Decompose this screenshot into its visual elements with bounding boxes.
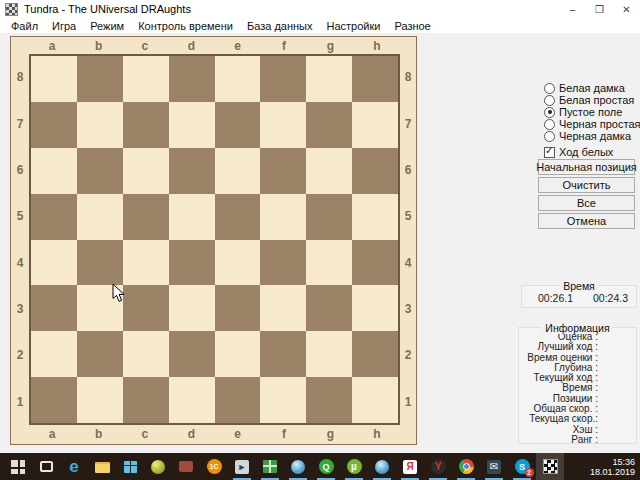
chrome-icon[interactable]: [452, 453, 480, 480]
file-label-a: a: [29, 38, 75, 53]
close-button[interactable]: ✕: [613, 0, 640, 18]
file-label-g: g: [307, 426, 353, 441]
square-f6[interactable]: [260, 148, 306, 194]
yandex-browser-glyph: Y: [431, 459, 446, 474]
square-a3[interactable]: [31, 285, 77, 331]
square-g4[interactable]: [306, 240, 352, 286]
square-g8[interactable]: [306, 56, 352, 102]
yandex-browser-icon[interactable]: Y: [424, 453, 452, 480]
square-e6[interactable]: [215, 148, 261, 194]
rank-label-3: 3: [13, 286, 27, 332]
square-c8[interactable]: [123, 56, 169, 102]
square-d6[interactable]: [169, 148, 215, 194]
tundra-glyph: [543, 459, 558, 474]
square-d4[interactable]: [169, 240, 215, 286]
file-label-g: g: [307, 38, 353, 53]
radio-label: Белая простая: [559, 94, 634, 106]
file-explorer-icon[interactable]: [88, 453, 116, 480]
white-to-move-checkbox[interactable]: Ход белых: [544, 146, 613, 158]
square-e3[interactable]: [215, 285, 261, 331]
menu-item-4[interactable]: Контроль времени: [131, 20, 240, 32]
menu-item-7[interactable]: Разное: [387, 20, 437, 32]
button-3[interactable]: Все: [538, 195, 635, 211]
square-f8[interactable]: [260, 56, 306, 102]
square-b4[interactable]: [77, 240, 123, 286]
rank-label-7: 7: [401, 100, 415, 146]
square-g6[interactable]: [306, 148, 352, 194]
square-h5[interactable]: [352, 194, 398, 240]
radio-label: Белая дамка: [559, 82, 625, 94]
restore-button[interactable]: ❐: [586, 0, 613, 18]
black-clock: 00:24.3: [593, 292, 628, 304]
square-b2[interactable]: [77, 331, 123, 377]
square-f3[interactable]: [260, 285, 306, 331]
skype-icon[interactable]: S2: [508, 453, 536, 480]
tundra-window: Tundra - The UNiversal DRAughts – ❐ ✕ Фа…: [0, 0, 640, 480]
radio-label: Пустое поле: [559, 106, 622, 118]
file-label-f: f: [261, 38, 307, 53]
start-button[interactable]: [4, 453, 32, 480]
1c-app-glyph: 1С: [207, 459, 222, 474]
yandex-icon[interactable]: Я: [396, 453, 424, 480]
square-e4[interactable]: [215, 240, 261, 286]
file-label-b: b: [75, 38, 121, 53]
editor-buttons: Начальная позицияОчиститьВсеОтмена: [538, 159, 635, 231]
radio-4[interactable]: Черная простая: [544, 118, 640, 130]
button-1[interactable]: Начальная позиция: [538, 159, 635, 175]
square-e1[interactable]: [215, 377, 261, 423]
square-h4[interactable]: [352, 240, 398, 286]
time-panel-title: Время: [522, 280, 636, 292]
square-b8[interactable]: [77, 56, 123, 102]
globe-app-2-icon[interactable]: [368, 453, 396, 480]
media-player-glyph: ►: [235, 460, 249, 474]
minimize-button[interactable]: –: [559, 0, 586, 18]
square-d1[interactable]: [169, 377, 215, 423]
qip-app-glyph: Q: [319, 459, 334, 474]
sphere-app-glyph: [151, 460, 165, 474]
square-f7[interactable]: [260, 102, 306, 148]
square-g5[interactable]: [306, 194, 352, 240]
file-label-b: b: [75, 426, 121, 441]
file-label-f: f: [261, 426, 307, 441]
taskbar: e1С►QµЯY✉S2 15:36 18.01.2019: [0, 453, 640, 480]
rank-label-8: 8: [401, 54, 415, 100]
square-f5[interactable]: [260, 194, 306, 240]
radio-5[interactable]: Черная дамка: [544, 130, 640, 142]
tundra-taskbar-icon[interactable]: [536, 453, 564, 480]
radio-icon: [544, 83, 555, 94]
skype-glyph: S2: [515, 459, 530, 474]
radio-3[interactable]: Пустое поле: [544, 106, 640, 118]
square-b1[interactable]: [77, 377, 123, 423]
button-2[interactable]: Очистить: [538, 177, 635, 193]
file-labels-top: abcdefgh: [29, 38, 400, 53]
menubar: ФайлИграРежимКонтроль времениБаза данных…: [0, 18, 640, 33]
time-panel: Время 00:26.1 00:24.3: [521, 285, 637, 308]
sphere-app-icon[interactable]: [144, 453, 172, 480]
task-view-icon[interactable]: [32, 453, 60, 480]
square-a5[interactable]: [31, 194, 77, 240]
square-d7[interactable]: [169, 102, 215, 148]
rank-label-6: 6: [401, 147, 415, 193]
square-c2[interactable]: [123, 331, 169, 377]
file-labels-bottom: abcdefgh: [29, 426, 400, 441]
square-g1[interactable]: [306, 377, 352, 423]
rank-labels-right: 87654321: [401, 54, 415, 425]
window-title: Tundra - The UNiversal DRAughts: [24, 3, 191, 15]
rank-label-2: 2: [13, 332, 27, 378]
menu-item-5[interactable]: База данных: [240, 20, 320, 32]
utorrent-glyph: µ: [347, 459, 362, 474]
square-h1[interactable]: [352, 377, 398, 423]
chrome-glyph: [459, 459, 474, 474]
gift-app-glyph: [263, 460, 277, 473]
file-label-c: c: [122, 38, 168, 53]
square-c3[interactable]: [123, 285, 169, 331]
square-a8[interactable]: [31, 56, 77, 102]
radio-label: Черная дамка: [559, 130, 631, 142]
square-g3[interactable]: [306, 285, 352, 331]
globe-app-icon[interactable]: [284, 453, 312, 480]
rank-label-8: 8: [13, 54, 27, 100]
square-e8[interactable]: [215, 56, 261, 102]
square-h8[interactable]: [352, 56, 398, 102]
file-label-a: a: [29, 426, 75, 441]
square-b6[interactable]: [77, 148, 123, 194]
file-label-e: e: [215, 426, 261, 441]
rank-label-5: 5: [401, 193, 415, 239]
square-a1[interactable]: [31, 377, 77, 423]
menu-item-6[interactable]: Настройки: [319, 20, 387, 32]
rank-label-3: 3: [401, 286, 415, 332]
file-label-d: d: [168, 38, 214, 53]
info-panel: Информация Оценка :Лучший ход :Время оце…: [518, 327, 637, 444]
menu-item-3[interactable]: Режим: [83, 20, 131, 32]
file-label-h: h: [354, 426, 400, 441]
yandex-glyph: Я: [403, 460, 417, 474]
square-g7[interactable]: [306, 102, 352, 148]
taskbar-clock[interactable]: 15:36 18.01.2019: [590, 457, 635, 477]
square-e2[interactable]: [215, 331, 261, 377]
square-a2[interactable]: [31, 331, 77, 377]
edge-icon[interactable]: e: [60, 453, 88, 480]
store-icon[interactable]: [116, 453, 144, 480]
square-a4[interactable]: [31, 240, 77, 286]
mail-icon[interactable]: ✉: [480, 453, 508, 480]
mail-glyph: ✉: [487, 460, 501, 474]
clock-time: 15:36: [590, 457, 635, 467]
file-label-c: c: [122, 426, 168, 441]
rank-label-5: 5: [13, 193, 27, 239]
square-c5[interactable]: [123, 194, 169, 240]
square-d5[interactable]: [169, 194, 215, 240]
qip-app-icon[interactable]: Q: [312, 453, 340, 480]
file-label-h: h: [354, 38, 400, 53]
radio-1[interactable]: Белая дамка: [544, 82, 640, 94]
square-c1[interactable]: [123, 377, 169, 423]
info-rows: Оценка :Лучший ход :Время оценки :Глубин…: [519, 328, 636, 445]
radio-2[interactable]: Белая простая: [544, 94, 640, 106]
board-frame: abcdefgh abcdefgh 87654321 87654321: [10, 36, 417, 445]
square-a6[interactable]: [31, 148, 77, 194]
rank-label-2: 2: [401, 332, 415, 378]
square-f1[interactable]: [260, 377, 306, 423]
store-glyph: [124, 461, 137, 473]
radio-label: Черная простая: [559, 118, 640, 130]
square-d2[interactable]: [169, 331, 215, 377]
gift-app-icon[interactable]: [256, 453, 284, 480]
square-f2[interactable]: [260, 331, 306, 377]
rank-label-4: 4: [401, 240, 415, 286]
info-panel-title: Информация: [519, 322, 636, 334]
square-c7[interactable]: [123, 102, 169, 148]
square-h6[interactable]: [352, 148, 398, 194]
rank-label-6: 6: [13, 147, 27, 193]
menu-item-1[interactable]: Файл: [4, 20, 45, 32]
menu-item-2[interactable]: Игра: [45, 20, 83, 32]
1c-app-icon[interactable]: 1С: [200, 453, 228, 480]
rank-labels-left: 87654321: [13, 54, 27, 425]
radio-icon: [544, 107, 555, 118]
radio-icon: [544, 131, 555, 142]
file-explorer-glyph: [95, 462, 110, 473]
square-f4[interactable]: [260, 240, 306, 286]
square-b7[interactable]: [77, 102, 123, 148]
board-grid: [29, 54, 400, 425]
file-label-e: e: [215, 38, 261, 53]
app-icon: [5, 3, 18, 16]
white-clock: 00:26.1: [538, 292, 573, 304]
square-d3[interactable]: [169, 285, 215, 331]
square-b3[interactable]: [77, 285, 123, 331]
clock-date: 18.01.2019: [590, 467, 635, 477]
edge-glyph: e: [66, 459, 82, 475]
square-h2[interactable]: [352, 331, 398, 377]
square-d8[interactable]: [169, 56, 215, 102]
red-app-icon[interactable]: [172, 453, 200, 480]
file-label-d: d: [168, 426, 214, 441]
globe-app-glyph: [291, 460, 305, 474]
square-b5[interactable]: [77, 194, 123, 240]
media-player-icon[interactable]: ►: [228, 453, 256, 480]
start-glyph: [11, 460, 25, 474]
rank-label-4: 4: [13, 240, 27, 286]
rank-label-1: 1: [401, 379, 415, 425]
square-h3[interactable]: [352, 285, 398, 331]
square-a7[interactable]: [31, 102, 77, 148]
rank-label-7: 7: [13, 100, 27, 146]
title-bar: Tundra - The UNiversal DRAughts – ❐ ✕: [0, 0, 640, 18]
button-4[interactable]: Отмена: [538, 213, 635, 229]
info-row-11: Ранг :: [519, 435, 636, 445]
notification-badge: 2: [525, 468, 534, 477]
radio-icon: [544, 95, 555, 106]
piece-type-radio-group: Белая дамкаБелая простаяПустое полеЧерна…: [544, 82, 640, 142]
window-controls: – ❐ ✕: [559, 0, 640, 18]
globe-app-glyph: [375, 460, 389, 474]
square-c6[interactable]: [123, 148, 169, 194]
square-c4[interactable]: [123, 240, 169, 286]
utorrent-icon[interactable]: µ: [340, 453, 368, 480]
square-g2[interactable]: [306, 331, 352, 377]
square-h7[interactable]: [352, 102, 398, 148]
red-app-glyph: [179, 461, 193, 472]
checkbox-label: Ход белых: [559, 146, 613, 158]
square-e7[interactable]: [215, 102, 261, 148]
checkbox-icon: [544, 147, 555, 158]
task-view-glyph: [40, 461, 53, 472]
square-e5[interactable]: [215, 194, 261, 240]
radio-icon: [544, 119, 555, 130]
rank-label-1: 1: [13, 379, 27, 425]
